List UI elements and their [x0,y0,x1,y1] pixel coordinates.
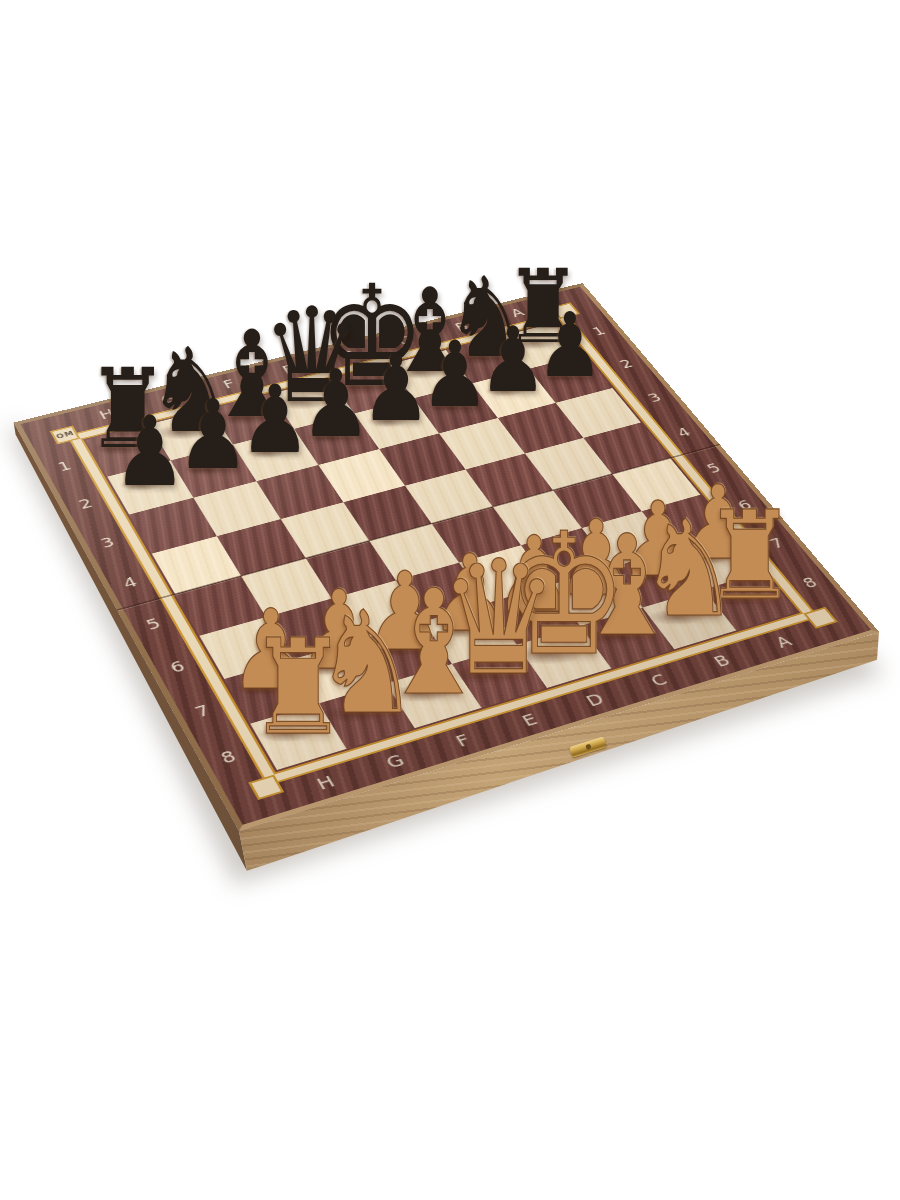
piece-black-pawn-c2[interactable]: ♟ [421,329,490,420]
piece-black-pawn-e2[interactable]: ♟ [301,358,372,451]
piece-white-rook-h8[interactable]: ♜ [248,621,349,753]
piece-black-pawn-h2[interactable]: ♟ [113,403,187,500]
piece-black-pawn-g2[interactable]: ♟ [177,387,250,483]
piece-black-pawn-f2[interactable]: ♟ [240,373,312,467]
piece-black-pawn-d2[interactable]: ♟ [361,343,431,435]
pieces-layer: ♜♞♝♛♚♝♞♜♟♟♟♟♟♟♟♟♟♟♟♟♟♟♟♟♜♞♝♛♚♝♞♜ [0,0,900,1200]
scene: OM HH11GG22FF33EE44DD55CC66BB77AA88 ♜♞♝♛… [0,0,900,1200]
